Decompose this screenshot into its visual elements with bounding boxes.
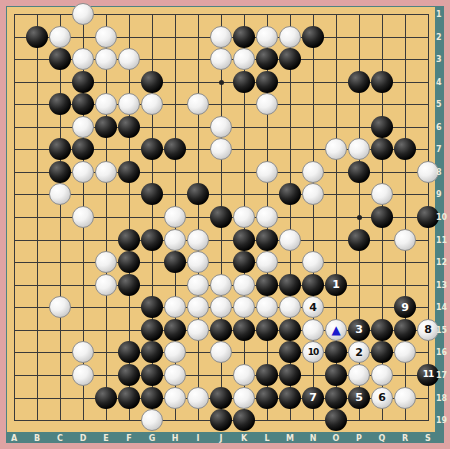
- stone-O13: 1: [325, 274, 347, 296]
- stone-J15: [210, 319, 232, 341]
- coord-label-col-L: L: [264, 434, 269, 443]
- stone-E3: [95, 48, 117, 70]
- stone-L2: [256, 26, 278, 48]
- stone-Q4: [371, 71, 393, 93]
- go-game-window: 149▲3810211756ABCDEFGHIJKLMNOPQRS1234567…: [0, 0, 450, 449]
- stone-J3: [210, 48, 232, 70]
- stone-P18: 5: [348, 387, 370, 409]
- coord-label-row-14: 14: [436, 303, 447, 312]
- stone-G19: [141, 409, 163, 431]
- stone-I12: [187, 251, 209, 273]
- coord-label-col-P: P: [356, 434, 362, 443]
- stone-E8: [95, 161, 117, 183]
- stone-L17: [256, 364, 278, 386]
- stone-L8: [256, 161, 278, 183]
- stone-Q17: [371, 364, 393, 386]
- stone-C8: [49, 161, 71, 183]
- stone-D1: [72, 3, 94, 25]
- stone-L18: [256, 387, 278, 409]
- stone-Q18: 6: [371, 387, 393, 409]
- stone-E2: [95, 26, 117, 48]
- stone-M18: [279, 387, 301, 409]
- coord-label-col-O: O: [333, 434, 340, 443]
- stone-H11: [164, 229, 186, 251]
- move-number-7: 7: [309, 392, 317, 403]
- stone-D17: [72, 364, 94, 386]
- coord-label-row-1: 1: [436, 10, 442, 19]
- stone-D6: [72, 116, 94, 138]
- stone-G18: [141, 387, 163, 409]
- coord-label-col-E: E: [103, 434, 108, 443]
- coord-label-row-7: 7: [436, 145, 442, 154]
- coord-label-col-C: C: [57, 434, 63, 443]
- stone-H12: [164, 251, 186, 273]
- stone-F12: [118, 251, 140, 273]
- stone-G4: [141, 71, 163, 93]
- stone-L12: [256, 251, 278, 273]
- coord-label-row-12: 12: [436, 258, 447, 267]
- stone-B2: [26, 26, 48, 48]
- stone-G11: [141, 229, 163, 251]
- stone-P11: [348, 229, 370, 251]
- stone-K13: [233, 274, 255, 296]
- stone-J18: [210, 387, 232, 409]
- stone-N15: [302, 319, 324, 341]
- stone-Q6: [371, 116, 393, 138]
- stone-M15: [279, 319, 301, 341]
- stone-N18: 7: [302, 387, 324, 409]
- move-number-4: 4: [309, 302, 317, 313]
- stone-K18: [233, 387, 255, 409]
- coord-label-row-11: 11: [436, 235, 447, 244]
- stone-F8: [118, 161, 140, 183]
- stone-I11: [187, 229, 209, 251]
- stone-M17: [279, 364, 301, 386]
- move-number-3: 3: [355, 324, 363, 335]
- stone-M11: [279, 229, 301, 251]
- stone-E18: [95, 387, 117, 409]
- stone-K11: [233, 229, 255, 251]
- stone-J13: [210, 274, 232, 296]
- move-number-1: 1: [332, 279, 340, 290]
- coord-label-row-5: 5: [436, 100, 442, 109]
- coord-label-col-I: I: [197, 434, 200, 443]
- stone-D10: [72, 206, 94, 228]
- stone-K19: [233, 409, 255, 431]
- stone-K15: [233, 319, 255, 341]
- stone-F11: [118, 229, 140, 251]
- stone-F13: [118, 274, 140, 296]
- coord-label-row-2: 2: [436, 32, 442, 41]
- triangle-marker-icon: ▲: [331, 324, 340, 336]
- stone-M3: [279, 48, 301, 70]
- stone-I18: [187, 387, 209, 409]
- coord-label-col-Q: Q: [379, 434, 386, 443]
- hoshi-point-J4: [219, 80, 224, 85]
- stone-D8: [72, 161, 94, 183]
- stone-N8: [302, 161, 324, 183]
- stone-O18: [325, 387, 347, 409]
- stone-G15: [141, 319, 163, 341]
- stone-I15: [187, 319, 209, 341]
- coord-label-col-B: B: [34, 434, 40, 443]
- coord-label-col-N: N: [310, 434, 317, 443]
- coord-label-row-9: 9: [436, 190, 442, 199]
- stone-R11: [394, 229, 416, 251]
- coord-label-col-H: H: [172, 434, 179, 443]
- coord-label-row-3: 3: [436, 55, 442, 64]
- coord-label-col-R: R: [402, 434, 408, 443]
- stone-F18: [118, 387, 140, 409]
- stone-G17: [141, 364, 163, 386]
- stone-E13: [95, 274, 117, 296]
- coord-label-row-6: 6: [436, 122, 442, 131]
- move-number-11: 11: [423, 370, 434, 379]
- stone-J2: [210, 26, 232, 48]
- coord-label-row-16: 16: [436, 348, 447, 357]
- stone-K12: [233, 251, 255, 273]
- stone-J6: [210, 116, 232, 138]
- stone-F3: [118, 48, 140, 70]
- stone-J19: [210, 409, 232, 431]
- stone-P17: [348, 364, 370, 386]
- stone-N2: [302, 26, 324, 48]
- stone-C3: [49, 48, 71, 70]
- coord-label-row-18: 18: [436, 393, 447, 402]
- coord-label-col-D: D: [80, 434, 87, 443]
- coord-label-row-17: 17: [436, 370, 447, 379]
- stone-K10: [233, 206, 255, 228]
- coord-label-col-J: J: [220, 434, 223, 443]
- coord-label-row-13: 13: [436, 280, 447, 289]
- stone-Q10: [371, 206, 393, 228]
- coord-label-col-K: K: [241, 434, 247, 443]
- stone-I13: [187, 274, 209, 296]
- stone-L4: [256, 71, 278, 93]
- stone-K4: [233, 71, 255, 93]
- coord-label-row-19: 19: [436, 416, 447, 425]
- coord-label-col-M: M: [286, 434, 294, 443]
- stone-K2: [233, 26, 255, 48]
- stone-H17: [164, 364, 186, 386]
- stone-K3: [233, 48, 255, 70]
- coord-label-row-10: 10: [436, 213, 447, 222]
- stone-R15: [394, 319, 416, 341]
- stone-O15: ▲: [325, 319, 347, 341]
- coord-label-row-8: 8: [436, 167, 442, 176]
- stone-P8: [348, 161, 370, 183]
- coord-label-col-A: A: [11, 434, 17, 443]
- stone-K17: [233, 364, 255, 386]
- stone-C2: [49, 26, 71, 48]
- hoshi-point-P10: [357, 215, 362, 220]
- stone-H18: [164, 387, 186, 409]
- coord-label-col-F: F: [126, 434, 131, 443]
- stone-N12: [302, 251, 324, 273]
- stone-E6: [95, 116, 117, 138]
- stone-Q15: [371, 319, 393, 341]
- coord-label-col-S: S: [425, 434, 431, 443]
- stone-D3: [72, 48, 94, 70]
- stone-P15: 3: [348, 319, 370, 341]
- stone-F6: [118, 116, 140, 138]
- stone-N13: [302, 274, 324, 296]
- move-number-5: 5: [355, 392, 363, 403]
- stone-L15: [256, 319, 278, 341]
- coord-label-row-15: 15: [436, 325, 447, 334]
- stone-M13: [279, 274, 301, 296]
- stone-M2: [279, 26, 301, 48]
- stone-E12: [95, 251, 117, 273]
- move-number-2: 2: [355, 347, 363, 358]
- stone-P4: [348, 71, 370, 93]
- stone-O17: [325, 364, 347, 386]
- move-number-6: 6: [378, 392, 386, 403]
- stone-L10: [256, 206, 278, 228]
- stone-L11: [256, 229, 278, 251]
- stone-L3: [256, 48, 278, 70]
- stone-L13: [256, 274, 278, 296]
- grid-line-horizontal: [14, 262, 429, 263]
- coord-label-row-4: 4: [436, 77, 442, 86]
- stone-H15: [164, 319, 186, 341]
- stone-R18: [394, 387, 416, 409]
- stone-D4: [72, 71, 94, 93]
- move-number-10: 10: [308, 348, 319, 357]
- stone-J10: [210, 206, 232, 228]
- move-number-9: 9: [401, 302, 409, 313]
- move-number-8: 8: [424, 324, 432, 335]
- stone-O19: [325, 409, 347, 431]
- coord-label-col-G: G: [149, 434, 156, 443]
- stone-H10: [164, 206, 186, 228]
- stone-F17: [118, 364, 140, 386]
